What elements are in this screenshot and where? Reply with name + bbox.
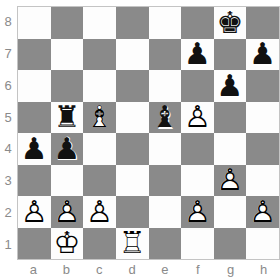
square-g5[interactable] xyxy=(214,102,247,134)
black-pawn[interactable]: ♟♟ xyxy=(214,70,247,102)
square-a6[interactable] xyxy=(18,70,51,102)
square-c2[interactable]: ♟♙ xyxy=(83,196,116,228)
square-f4[interactable] xyxy=(181,133,214,165)
white-pawn[interactable]: ♟♙ xyxy=(83,196,116,228)
square-e7[interactable] xyxy=(149,39,182,71)
white-pawn-glyph: ♙ xyxy=(214,165,247,197)
square-b8[interactable] xyxy=(51,7,84,39)
white-king[interactable]: ♚♔ xyxy=(51,228,84,260)
file-label-h: h xyxy=(247,260,280,279)
black-king[interactable]: ♚♚ xyxy=(214,7,247,39)
square-g4[interactable] xyxy=(214,133,247,165)
square-a7[interactable] xyxy=(18,39,51,71)
square-a4[interactable]: ♟♟ xyxy=(18,133,51,165)
square-d3[interactable] xyxy=(116,165,149,197)
square-d6[interactable] xyxy=(116,70,149,102)
file-label-d: d xyxy=(116,260,149,279)
square-h6[interactable] xyxy=(246,70,279,102)
file-label-f: f xyxy=(181,260,214,279)
black-rook[interactable]: ♜♜ xyxy=(51,102,84,134)
board: ♚♚♟♟♟♟♟♟♜♜♝♗♝♝♟♙♟♟♟♟♟♙♟♙♟♙♟♙♟♙♟♙♚♔♜♖ xyxy=(17,6,280,260)
white-pawn[interactable]: ♟♙ xyxy=(246,196,279,228)
square-c4[interactable] xyxy=(83,133,116,165)
square-b7[interactable] xyxy=(51,39,84,71)
black-bishop-glyph: ♝ xyxy=(149,102,182,134)
square-e3[interactable] xyxy=(149,165,182,197)
square-e1[interactable] xyxy=(149,228,182,260)
square-g1[interactable] xyxy=(214,228,247,260)
square-e6[interactable] xyxy=(149,70,182,102)
white-pawn[interactable]: ♟♙ xyxy=(214,165,247,197)
square-c5[interactable]: ♝♗ xyxy=(83,102,116,134)
square-c3[interactable] xyxy=(83,165,116,197)
square-c6[interactable] xyxy=(83,70,116,102)
rank-label-5: 5 xyxy=(0,101,16,133)
black-pawn[interactable]: ♟♟ xyxy=(51,133,84,165)
square-h2[interactable]: ♟♙ xyxy=(246,196,279,228)
white-rook[interactable]: ♜♖ xyxy=(116,228,149,260)
rank-label-6: 6 xyxy=(0,70,16,102)
square-b2[interactable]: ♟♙ xyxy=(51,196,84,228)
file-label-b: b xyxy=(50,260,83,279)
square-d7[interactable] xyxy=(116,39,149,71)
square-f3[interactable] xyxy=(181,165,214,197)
black-pawn-glyph: ♟ xyxy=(51,133,84,165)
square-d4[interactable] xyxy=(116,133,149,165)
file-label-c: c xyxy=(83,260,116,279)
square-a1[interactable] xyxy=(18,228,51,260)
white-rook-glyph: ♖ xyxy=(116,228,149,260)
white-pawn[interactable]: ♟♙ xyxy=(181,102,214,134)
white-pawn[interactable]: ♟♙ xyxy=(51,196,84,228)
white-pawn-glyph: ♙ xyxy=(51,196,84,228)
square-g6[interactable]: ♟♟ xyxy=(214,70,247,102)
chess-diagram: 87654321 ♚♚♟♟♟♟♟♟♜♜♝♗♝♝♟♙♟♟♟♟♟♙♟♙♟♙♟♙♟♙♟… xyxy=(0,0,280,280)
black-rook-glyph: ♜ xyxy=(51,102,84,134)
file-label-g: g xyxy=(214,260,247,279)
rank-label-4: 4 xyxy=(0,133,16,165)
square-f5[interactable]: ♟♙ xyxy=(181,102,214,134)
black-pawn[interactable]: ♟♟ xyxy=(181,39,214,71)
white-bishop-glyph: ♗ xyxy=(83,102,116,134)
white-pawn-glyph: ♙ xyxy=(83,196,116,228)
square-f8[interactable] xyxy=(181,7,214,39)
square-e8[interactable] xyxy=(149,7,182,39)
square-h7[interactable]: ♟♟ xyxy=(246,39,279,71)
black-pawn-glyph: ♟ xyxy=(246,39,279,71)
white-king-glyph: ♔ xyxy=(51,228,84,260)
white-pawn-glyph: ♙ xyxy=(181,196,214,228)
rank-label-3: 3 xyxy=(0,165,16,197)
square-h5[interactable] xyxy=(246,102,279,134)
square-g3[interactable]: ♟♙ xyxy=(214,165,247,197)
square-d2[interactable] xyxy=(116,196,149,228)
black-pawn[interactable]: ♟♟ xyxy=(18,133,51,165)
white-pawn[interactable]: ♟♙ xyxy=(181,196,214,228)
square-b3[interactable] xyxy=(51,165,84,197)
square-c1[interactable] xyxy=(83,228,116,260)
rank-label-1: 1 xyxy=(0,228,16,260)
square-d8[interactable] xyxy=(116,7,149,39)
white-pawn-glyph: ♙ xyxy=(18,196,51,228)
square-g8[interactable]: ♚♚ xyxy=(214,7,247,39)
black-pawn[interactable]: ♟♟ xyxy=(246,39,279,71)
white-pawn-glyph: ♙ xyxy=(181,102,214,134)
square-h8[interactable] xyxy=(246,7,279,39)
square-h1[interactable] xyxy=(246,228,279,260)
square-e4[interactable] xyxy=(149,133,182,165)
black-pawn-glyph: ♟ xyxy=(214,70,247,102)
square-a8[interactable] xyxy=(18,7,51,39)
square-d1[interactable]: ♜♖ xyxy=(116,228,149,260)
square-b5[interactable]: ♜♜ xyxy=(51,102,84,134)
square-f2[interactable]: ♟♙ xyxy=(181,196,214,228)
file-label-e: e xyxy=(149,260,182,279)
black-bishop[interactable]: ♝♝ xyxy=(149,102,182,134)
square-f7[interactable]: ♟♟ xyxy=(181,39,214,71)
rank-labels: 87654321 xyxy=(0,6,16,260)
square-h3[interactable] xyxy=(246,165,279,197)
square-e5[interactable]: ♝♝ xyxy=(149,102,182,134)
square-a3[interactable] xyxy=(18,165,51,197)
black-pawn-glyph: ♟ xyxy=(18,133,51,165)
square-a2[interactable]: ♟♙ xyxy=(18,196,51,228)
square-d5[interactable] xyxy=(116,102,149,134)
square-b6[interactable] xyxy=(51,70,84,102)
rank-label-2: 2 xyxy=(0,197,16,229)
square-f1[interactable] xyxy=(181,228,214,260)
square-e2[interactable] xyxy=(149,196,182,228)
square-c8[interactable] xyxy=(83,7,116,39)
white-bishop[interactable]: ♝♗ xyxy=(83,102,116,134)
white-pawn-glyph: ♙ xyxy=(246,196,279,228)
rank-label-7: 7 xyxy=(0,38,16,70)
rank-label-8: 8 xyxy=(0,6,16,38)
file-labels: abcdefgh xyxy=(17,260,280,279)
white-pawn[interactable]: ♟♙ xyxy=(18,196,51,228)
black-pawn-glyph: ♟ xyxy=(181,39,214,71)
file-label-a: a xyxy=(17,260,50,279)
square-g7[interactable] xyxy=(214,39,247,71)
square-b1[interactable]: ♚♔ xyxy=(51,228,84,260)
square-c7[interactable] xyxy=(83,39,116,71)
black-king-glyph: ♚ xyxy=(214,7,247,39)
square-g2[interactable] xyxy=(214,196,247,228)
square-f6[interactable] xyxy=(181,70,214,102)
square-h4[interactable] xyxy=(246,133,279,165)
square-b4[interactable]: ♟♟ xyxy=(51,133,84,165)
square-a5[interactable] xyxy=(18,102,51,134)
